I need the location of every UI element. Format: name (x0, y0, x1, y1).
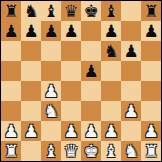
square-f1[interactable]: ♝ (101, 141, 121, 161)
square-g1[interactable]: ♞ (121, 141, 141, 161)
black-rook-h8[interactable]: ♜ (143, 1, 158, 21)
square-e1[interactable]: ♚ (81, 141, 101, 161)
square-a7[interactable]: ♟ (1, 21, 21, 41)
square-f4[interactable] (101, 81, 121, 101)
square-b5[interactable] (21, 61, 41, 81)
square-c4[interactable]: ♟ (41, 81, 61, 101)
square-a6[interactable] (1, 41, 21, 61)
black-pawn-b7[interactable]: ♟ (23, 21, 38, 41)
black-pawn-a7[interactable]: ♟ (3, 21, 18, 41)
square-a2[interactable]: ♟ (1, 121, 21, 141)
square-b2[interactable]: ♟ (21, 121, 41, 141)
black-pawn-e5[interactable]: ♟ (83, 61, 98, 81)
square-c7[interactable]: ♟ (41, 21, 61, 41)
square-g7[interactable] (121, 21, 141, 41)
square-f6[interactable]: ♞ (101, 41, 121, 61)
square-d6[interactable] (61, 41, 81, 61)
white-bishop-f1[interactable]: ♝ (103, 141, 118, 161)
white-rook-h1[interactable]: ♜ (143, 141, 158, 161)
square-g8[interactable] (121, 1, 141, 21)
white-pawn-f2[interactable]: ♟ (103, 121, 118, 141)
square-h5[interactable] (141, 61, 161, 81)
square-b7[interactable]: ♟ (21, 21, 41, 41)
square-e3[interactable] (81, 101, 101, 121)
square-g6[interactable]: ♟ (121, 41, 141, 61)
square-h8[interactable]: ♜ (141, 1, 161, 21)
square-h6[interactable] (141, 41, 161, 61)
square-e5[interactable]: ♟ (81, 61, 101, 81)
black-rook-a8[interactable]: ♜ (3, 1, 18, 21)
square-a8[interactable]: ♜ (1, 1, 21, 21)
white-knight-g1[interactable]: ♞ (123, 141, 138, 161)
square-h4[interactable] (141, 81, 161, 101)
square-h2[interactable]: ♟ (141, 121, 161, 141)
white-pawn-b2[interactable]: ♟ (23, 121, 38, 141)
square-c8[interactable]: ♝ (41, 1, 61, 21)
white-pawn-c4[interactable]: ♟ (43, 81, 58, 101)
square-h7[interactable]: ♟ (141, 21, 161, 41)
black-bishop-c8[interactable]: ♝ (43, 1, 58, 21)
white-bishop-c1[interactable]: ♝ (43, 141, 58, 161)
black-pawn-g6[interactable]: ♟ (123, 41, 138, 61)
square-e2[interactable]: ♟ (81, 121, 101, 141)
square-a4[interactable] (1, 81, 21, 101)
square-a5[interactable] (1, 61, 21, 81)
square-g5[interactable] (121, 61, 141, 81)
square-h3[interactable] (141, 101, 161, 121)
black-knight-f6[interactable]: ♞ (103, 41, 118, 61)
square-d5[interactable] (61, 61, 81, 81)
white-king-e1[interactable]: ♚ (83, 141, 98, 161)
black-king-e8[interactable]: ♚ (83, 1, 98, 21)
square-b8[interactable]: ♞ (21, 1, 41, 21)
square-a1[interactable]: ♜ (1, 141, 21, 161)
white-knight-c3[interactable]: ♞ (43, 101, 58, 121)
square-e7[interactable] (81, 21, 101, 41)
white-pawn-d2[interactable]: ♟ (63, 121, 78, 141)
black-knight-b8[interactable]: ♞ (23, 1, 38, 21)
square-e4[interactable] (81, 81, 101, 101)
white-rook-a1[interactable]: ♜ (3, 141, 18, 161)
square-e8[interactable]: ♚ (81, 1, 101, 21)
square-c6[interactable] (41, 41, 61, 61)
square-f5[interactable] (101, 61, 121, 81)
square-d2[interactable]: ♟ (61, 121, 81, 141)
white-pawn-e2[interactable]: ♟ (83, 121, 98, 141)
black-pawn-d7[interactable]: ♟ (63, 21, 78, 41)
square-g2[interactable] (121, 121, 141, 141)
white-pawn-g3[interactable]: ♟ (123, 101, 138, 121)
square-h1[interactable]: ♜ (141, 141, 161, 161)
black-pawn-f7[interactable]: ♟ (103, 21, 118, 41)
square-f2[interactable]: ♟ (101, 121, 121, 141)
square-d3[interactable] (61, 101, 81, 121)
chess-board: ♜♞♝♛♚♝♜♟♟♟♟♟♟♞♟♟♟♞♟♟♟♟♟♟♟♜♝♛♚♝♞♜ (0, 0, 162, 162)
square-d4[interactable] (61, 81, 81, 101)
square-e6[interactable] (81, 41, 101, 61)
black-queen-d8[interactable]: ♛ (63, 1, 78, 21)
square-d7[interactable]: ♟ (61, 21, 81, 41)
square-a3[interactable] (1, 101, 21, 121)
black-bishop-f8[interactable]: ♝ (103, 1, 118, 21)
square-b3[interactable] (21, 101, 41, 121)
square-f3[interactable] (101, 101, 121, 121)
square-f7[interactable]: ♟ (101, 21, 121, 41)
white-pawn-a2[interactable]: ♟ (3, 121, 18, 141)
square-c3[interactable]: ♞ (41, 101, 61, 121)
square-d1[interactable]: ♛ (61, 141, 81, 161)
square-d8[interactable]: ♛ (61, 1, 81, 21)
black-pawn-c7[interactable]: ♟ (43, 21, 58, 41)
white-queen-d1[interactable]: ♛ (63, 141, 78, 161)
square-g3[interactable]: ♟ (121, 101, 141, 121)
square-g4[interactable] (121, 81, 141, 101)
white-pawn-h2[interactable]: ♟ (143, 121, 158, 141)
square-f8[interactable]: ♝ (101, 1, 121, 21)
black-pawn-h7[interactable]: ♟ (143, 21, 158, 41)
square-b1[interactable] (21, 141, 41, 161)
square-b6[interactable] (21, 41, 41, 61)
square-c1[interactable]: ♝ (41, 141, 61, 161)
square-c5[interactable] (41, 61, 61, 81)
square-b4[interactable] (21, 81, 41, 101)
square-c2[interactable] (41, 121, 61, 141)
